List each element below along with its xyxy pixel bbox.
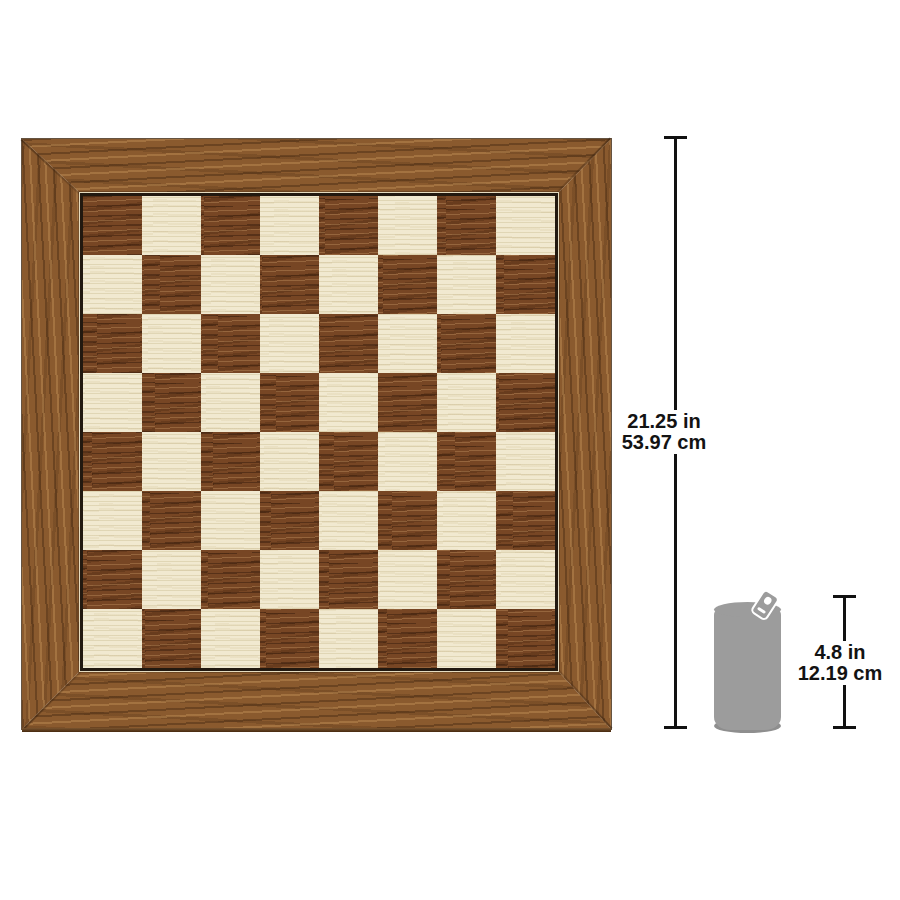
- square-r2c5: [319, 255, 378, 314]
- board-frame-bottom: [22, 671, 611, 729]
- square-r5c3: [201, 432, 260, 491]
- square-r7c7: [437, 550, 496, 609]
- square-r3c5: [319, 314, 378, 373]
- square-r7c5: [319, 550, 378, 609]
- can-height-centimeters: 12.19 cm: [783, 663, 897, 684]
- square-r2c8: [496, 255, 555, 314]
- square-r6c2: [142, 491, 201, 550]
- board-height-label: 21.25 in 53.97 cm: [613, 410, 715, 454]
- square-r6c6: [378, 491, 437, 550]
- square-r3c3: [201, 314, 260, 373]
- square-r1c4: [260, 196, 319, 255]
- square-r5c2: [142, 432, 201, 491]
- square-r1c3: [201, 196, 260, 255]
- board-frame-left: [22, 139, 80, 729]
- square-r6c7: [437, 491, 496, 550]
- square-r5c5: [319, 432, 378, 491]
- square-r6c5: [319, 491, 378, 550]
- can-height-inches: 4.8 in: [783, 642, 897, 663]
- board-height-centimeters: 53.97 cm: [613, 432, 715, 453]
- board-frame-top: [22, 139, 611, 193]
- square-r3c2: [142, 314, 201, 373]
- square-r4c2: [142, 373, 201, 432]
- square-r4c8: [496, 373, 555, 432]
- square-r8c3: [201, 609, 260, 668]
- square-r6c1: [83, 491, 142, 550]
- can-height-label: 4.8 in 12.19 cm: [783, 641, 897, 685]
- square-r3c7: [437, 314, 496, 373]
- square-r8c2: [142, 609, 201, 668]
- square-r6c8: [496, 491, 555, 550]
- square-r1c6: [378, 196, 437, 255]
- product-image: 21.25 in 53.97 cm 4.8 in 12.19 cm: [0, 0, 900, 900]
- square-r1c7: [437, 196, 496, 255]
- square-r3c8: [496, 314, 555, 373]
- square-r4c7: [437, 373, 496, 432]
- square-r1c5: [319, 196, 378, 255]
- square-r8c7: [437, 609, 496, 668]
- square-r1c2: [142, 196, 201, 255]
- square-r5c4: [260, 432, 319, 491]
- square-r8c5: [319, 609, 378, 668]
- square-r7c3: [201, 550, 260, 609]
- square-r2c6: [378, 255, 437, 314]
- square-r3c4: [260, 314, 319, 373]
- square-r4c6: [378, 373, 437, 432]
- board-height-inches: 21.25 in: [613, 411, 715, 432]
- square-r2c7: [437, 255, 496, 314]
- square-r5c8: [496, 432, 555, 491]
- board-frame-right: [558, 139, 611, 729]
- square-r5c1: [83, 432, 142, 491]
- square-r8c1: [83, 609, 142, 668]
- board-bottom-edge: [22, 728, 611, 732]
- square-r5c7: [437, 432, 496, 491]
- board-height-dimension-cap-bottom: [664, 726, 687, 729]
- square-r4c5: [319, 373, 378, 432]
- can-height-dimension-cap-top: [833, 595, 856, 598]
- square-r7c2: [142, 550, 201, 609]
- chess-board: [21, 138, 612, 730]
- square-r2c3: [201, 255, 260, 314]
- square-r4c4: [260, 373, 319, 432]
- square-r3c6: [378, 314, 437, 373]
- can-body: [714, 606, 781, 730]
- square-r2c4: [260, 255, 319, 314]
- square-r1c8: [496, 196, 555, 255]
- square-r3c1: [83, 314, 142, 373]
- square-r4c1: [83, 373, 142, 432]
- square-r8c8: [496, 609, 555, 668]
- square-r8c4: [260, 609, 319, 668]
- playing-field: [80, 193, 558, 671]
- square-r7c4: [260, 550, 319, 609]
- square-r1c1: [83, 196, 142, 255]
- square-r5c6: [378, 432, 437, 491]
- square-r7c8: [496, 550, 555, 609]
- square-r8c6: [378, 609, 437, 668]
- square-r2c2: [142, 255, 201, 314]
- square-r7c6: [378, 550, 437, 609]
- square-r6c3: [201, 491, 260, 550]
- square-r2c1: [83, 255, 142, 314]
- square-r4c3: [201, 373, 260, 432]
- can-height-dimension-cap-bottom: [833, 726, 856, 729]
- board-height-dimension-cap-top: [664, 136, 687, 139]
- square-r6c4: [260, 491, 319, 550]
- square-r7c1: [83, 550, 142, 609]
